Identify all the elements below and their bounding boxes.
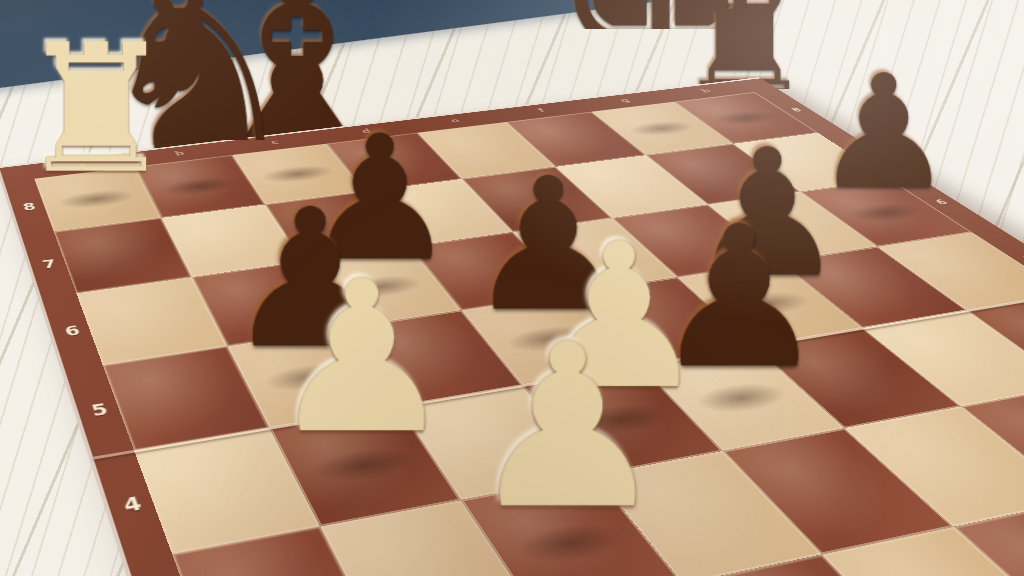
board: ♜♞♝♚♜♟♟♟♟♟♟♟♟♟ 8877665544332211abcdefgh [0,77,1024,576]
rank-label-left-8: 8 [17,200,41,213]
rank-label-left-6: 6 [58,322,87,340]
board-grid: ♜♞♝♚♜♟♟♟♟♟♟♟♟♟ [34,92,1024,576]
rank-label-left-4: 4 [115,492,151,517]
black-king-g8[interactable]: ♚ [551,0,771,127]
photo-stage: ♜♞♝♚♜♟♟♟♟♟♟♟♟♟ 8877665544332211abcdefgh [0,0,1024,576]
white-pawn-c3[interactable]: ♟ [467,315,669,541]
rank-label-left-7: 7 [36,257,63,272]
white-pawn-b4[interactable]: ♟ [268,253,456,463]
white-rook-a8[interactable]: ♜ [17,20,176,197]
rank-label-left-5: 5 [84,399,116,420]
board-scene: ♜♞♝♚♜♟♟♟♟♟♟♟♟♟ 8877665544332211abcdefgh [0,167,872,576]
